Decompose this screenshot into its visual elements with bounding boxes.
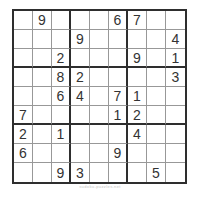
cell-r6c2-empty[interactable] [33, 106, 52, 125]
cell-r4c2-empty[interactable] [33, 68, 52, 87]
cell-r1c3-empty[interactable] [52, 11, 71, 30]
cell-r6c4-empty[interactable] [71, 106, 90, 125]
cell-r7c2-empty[interactable] [33, 125, 52, 144]
cell-r9c8-given: 5 [147, 163, 166, 182]
cell-r7c9-empty[interactable] [166, 125, 185, 144]
cell-r7c7-given: 4 [128, 125, 147, 144]
cell-r2c1-empty[interactable] [14, 30, 33, 49]
cell-r6c6-given: 1 [109, 106, 128, 125]
cell-r3c8-empty[interactable] [147, 49, 166, 68]
cell-r6c3-empty[interactable] [52, 106, 71, 125]
cell-r2c7-empty[interactable] [128, 30, 147, 49]
cell-r3c7-given: 9 [128, 49, 147, 68]
cell-r4c7-empty[interactable] [128, 68, 147, 87]
cell-r8c2-empty[interactable] [33, 144, 52, 163]
cell-r4c1-empty[interactable] [14, 68, 33, 87]
cell-r1c4-empty[interactable] [71, 11, 90, 30]
cell-r4c5-empty[interactable] [90, 68, 109, 87]
cell-r2c6-empty[interactable] [109, 30, 128, 49]
cell-r4c6-empty[interactable] [109, 68, 128, 87]
sudoku-page: 96794291823647171221469935 sudoku-puzzle… [0, 0, 200, 200]
cell-r8c6-given: 9 [109, 144, 128, 163]
cell-r4c8-empty[interactable] [147, 68, 166, 87]
cell-r8c4-empty[interactable] [71, 144, 90, 163]
cell-r9c3-given: 9 [52, 163, 71, 182]
cell-r3c1-empty[interactable] [14, 49, 33, 68]
cell-r7c6-empty[interactable] [109, 125, 128, 144]
cell-r2c4-given: 9 [71, 30, 90, 49]
cell-r6c1-given: 7 [14, 106, 33, 125]
cell-r5c6-given: 7 [109, 87, 128, 106]
cell-r9c7-empty[interactable] [128, 163, 147, 182]
cell-r8c9-empty[interactable] [166, 144, 185, 163]
cell-r1c9-empty[interactable] [166, 11, 185, 30]
cell-r9c9-empty[interactable] [166, 163, 185, 182]
cell-r5c1-empty[interactable] [14, 87, 33, 106]
cell-r5c2-empty[interactable] [33, 87, 52, 106]
cell-r5c5-empty[interactable] [90, 87, 109, 106]
cell-r2c3-empty[interactable] [52, 30, 71, 49]
cell-r5c3-given: 6 [52, 87, 71, 106]
sudoku-board: 96794291823647171221469935 [12, 9, 187, 184]
cell-r2c2-empty[interactable] [33, 30, 52, 49]
cell-r1c1-empty[interactable] [14, 11, 33, 30]
cell-r3c4-empty[interactable] [71, 49, 90, 68]
watermark: sudoku-puzzles.net [0, 184, 200, 189]
cell-r2c9-given: 4 [166, 30, 185, 49]
cell-r1c5-empty[interactable] [90, 11, 109, 30]
cell-r2c8-empty[interactable] [147, 30, 166, 49]
cell-r6c9-empty[interactable] [166, 106, 185, 125]
cell-r1c8-empty[interactable] [147, 11, 166, 30]
cell-r3c5-empty[interactable] [90, 49, 109, 68]
cell-r4c3-given: 8 [52, 68, 71, 87]
cell-r6c5-empty[interactable] [90, 106, 109, 125]
cell-r3c2-empty[interactable] [33, 49, 52, 68]
cell-r7c5-empty[interactable] [90, 125, 109, 144]
cell-r7c8-empty[interactable] [147, 125, 166, 144]
cell-r4c9-given: 3 [166, 68, 185, 87]
cell-r9c5-empty[interactable] [90, 163, 109, 182]
cell-r8c7-empty[interactable] [128, 144, 147, 163]
cell-r2c5-empty[interactable] [90, 30, 109, 49]
cell-r8c5-empty[interactable] [90, 144, 109, 163]
cell-r1c2-given: 9 [33, 11, 52, 30]
cell-r3c9-given: 1 [166, 49, 185, 68]
cell-r1c6-given: 6 [109, 11, 128, 30]
cell-r6c7-given: 2 [128, 106, 147, 125]
cell-r5c9-empty[interactable] [166, 87, 185, 106]
cell-r4c4-given: 2 [71, 68, 90, 87]
cell-r6c8-empty[interactable] [147, 106, 166, 125]
cell-r5c7-given: 1 [128, 87, 147, 106]
cell-r9c1-empty[interactable] [14, 163, 33, 182]
cell-r9c4-given: 3 [71, 163, 90, 182]
cell-r5c4-given: 4 [71, 87, 90, 106]
cell-r8c8-empty[interactable] [147, 144, 166, 163]
cell-r5c8-empty[interactable] [147, 87, 166, 106]
cell-r7c1-given: 2 [14, 125, 33, 144]
cell-r3c3-given: 2 [52, 49, 71, 68]
cell-r7c4-empty[interactable] [71, 125, 90, 144]
cell-r7c3-given: 1 [52, 125, 71, 144]
cell-r8c1-given: 6 [14, 144, 33, 163]
cell-r9c2-empty[interactable] [33, 163, 52, 182]
cell-r1c7-given: 7 [128, 11, 147, 30]
cell-r9c6-empty[interactable] [109, 163, 128, 182]
cell-r8c3-empty[interactable] [52, 144, 71, 163]
cell-r3c6-empty[interactable] [109, 49, 128, 68]
